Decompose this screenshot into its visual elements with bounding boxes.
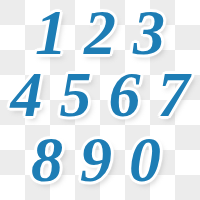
digit-0: 0 (129, 128, 161, 192)
digit-8: 8 (31, 128, 63, 192)
digit-4: 4 (11, 63, 43, 127)
digit-7: 7 (158, 63, 190, 127)
transparency-digit-sheet: 1 2 3 4 5 6 7 8 9 0 (0, 0, 200, 200)
digit-row-2: 4 5 6 7 (0, 63, 200, 127)
digit-2: 2 (84, 1, 116, 65)
digit-row-1: 1 2 3 (0, 1, 200, 65)
digit-row-3: 8 9 0 (0, 128, 196, 192)
digit-3: 3 (133, 1, 165, 65)
digit-6: 6 (109, 63, 141, 127)
digit-5: 5 (60, 63, 92, 127)
digit-9: 9 (80, 128, 112, 192)
digit-1: 1 (35, 1, 67, 65)
